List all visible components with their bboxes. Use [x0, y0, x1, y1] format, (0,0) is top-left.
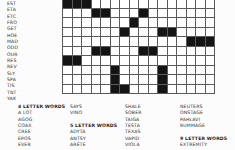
block-cell: [92, 47, 101, 56]
grid-cell[interactable]: [73, 47, 82, 56]
grid-cell[interactable]: [130, 37, 139, 46]
grid-cell[interactable]: [187, 47, 196, 56]
grid-cell[interactable]: [63, 47, 72, 56]
grid-cell[interactable]: [101, 18, 110, 27]
grid-cell[interactable]: [120, 9, 129, 18]
block-cell: [149, 47, 158, 56]
grid-cell[interactable]: [130, 9, 139, 18]
grid-cell[interactable]: [149, 66, 158, 75]
grid-cell[interactable]: [206, 47, 215, 56]
grid-cell[interactable]: [63, 37, 72, 46]
grid-cell[interactable]: [82, 47, 91, 56]
grid-cell[interactable]: [130, 56, 139, 65]
grid-cell[interactable]: [149, 9, 158, 18]
grid-cell[interactable]: [187, 0, 196, 8]
grid-cell[interactable]: [139, 0, 148, 8]
word-list-column-3: SHALESOBERTAIGATESTATEXASVAPIDVIOLA: [125, 104, 142, 148]
grid-cell[interactable]: [120, 47, 129, 56]
three-letter-word: YAK: [7, 96, 18, 102]
grid-cell[interactable]: [168, 18, 177, 27]
grid-cell[interactable]: [120, 56, 129, 65]
grid-cell[interactable]: [177, 85, 186, 94]
grid-cell[interactable]: [177, 66, 186, 75]
grid-cell[interactable]: [177, 9, 186, 18]
grid-cell[interactable]: [187, 9, 196, 18]
grid-cell[interactable]: [149, 75, 158, 84]
grid-cell[interactable]: [120, 37, 129, 46]
grid-cell[interactable]: [73, 85, 82, 94]
puzzle-page: ESTETAETCFROGETHOEMADODDOURRESREVSLYSPAT…: [0, 0, 235, 150]
word-list-entry: ARÊTE: [70, 142, 117, 148]
grid-cell[interactable]: [92, 66, 101, 75]
grid-cell[interactable]: [92, 75, 101, 84]
grid-cell[interactable]: [92, 18, 101, 27]
grid-cell[interactable]: [187, 28, 196, 37]
grid-cell[interactable]: [130, 75, 139, 84]
grid-cell[interactable]: [196, 66, 205, 75]
block-cell: [139, 9, 148, 18]
grid-cell[interactable]: [130, 47, 139, 56]
grid-cell[interactable]: [73, 9, 82, 18]
grid-cell[interactable]: [177, 56, 186, 65]
grid-cell[interactable]: [101, 28, 110, 37]
grid-cell[interactable]: [149, 85, 158, 94]
grid-cell[interactable]: [196, 9, 205, 18]
block-cell: [63, 0, 72, 8]
puzzle-grid: [62, 0, 215, 94]
grid-cell[interactable]: [82, 18, 91, 27]
three-letter-word: REV: [7, 64, 18, 70]
block-cell: [111, 85, 120, 94]
grid-cell[interactable]: [168, 0, 177, 8]
grid-cell[interactable]: [168, 9, 177, 18]
grid-cell[interactable]: [177, 28, 186, 37]
grid-cell[interactable]: [130, 28, 139, 37]
grid-cell[interactable]: [206, 28, 215, 37]
block-cell: [168, 28, 177, 37]
three-letter-word-list: ESTETAETCFROGETHOEMADODDOURRESREVSLYSPAT…: [7, 1, 18, 102]
grid-cell[interactable]: [177, 18, 186, 27]
word-list-column-2: SAYSVINO5 LETTER WORDSADYTAANTSYARÊTE: [70, 104, 117, 148]
grid-cell[interactable]: [92, 85, 101, 94]
grid-cell[interactable]: [177, 75, 186, 84]
grid-cell[interactable]: [149, 56, 158, 65]
block-cell: [158, 28, 167, 37]
word-list-entry: SOBER: [125, 110, 142, 116]
grid-cell[interactable]: [206, 56, 215, 65]
grid-cell[interactable]: [63, 66, 72, 75]
grid-cell[interactable]: [111, 18, 120, 27]
grid-cell[interactable]: [111, 37, 120, 46]
grid-cell[interactable]: [111, 56, 120, 65]
three-letter-word: ODD: [7, 45, 18, 51]
block-cell: [82, 0, 91, 8]
grid-cell[interactable]: [120, 0, 129, 8]
grid-cell[interactable]: [101, 37, 110, 46]
grid-cell[interactable]: [139, 56, 148, 65]
grid-cell[interactable]: [206, 18, 215, 27]
grid-cell[interactable]: [92, 56, 101, 65]
grid-cell[interactable]: [206, 9, 215, 18]
grid-cell[interactable]: [139, 85, 148, 94]
block-cell: [158, 75, 167, 84]
word-list-entry: EXTREMITY: [180, 142, 227, 148]
block-cell: [73, 56, 82, 65]
grid-cell[interactable]: [139, 37, 148, 46]
grid-cell[interactable]: [149, 37, 158, 46]
block-cell: [120, 28, 129, 37]
grid-cell[interactable]: [196, 18, 205, 27]
grid-cell[interactable]: [196, 56, 205, 65]
grid-cell[interactable]: [139, 66, 148, 75]
grid-cell[interactable]: [158, 56, 167, 65]
grid-cell[interactable]: [101, 85, 110, 94]
block-cell: [111, 66, 120, 75]
grid-cell[interactable]: [130, 85, 139, 94]
grid-cell[interactable]: [196, 47, 205, 56]
grid-cell[interactable]: [111, 0, 120, 8]
block-cell: [158, 66, 167, 75]
grid-cell[interactable]: [82, 85, 91, 94]
grid-cell[interactable]: [63, 28, 72, 37]
grid-cell[interactable]: [149, 28, 158, 37]
grid-cell[interactable]: [73, 18, 82, 27]
grid-cell[interactable]: [130, 0, 139, 8]
block-cell: [101, 47, 110, 56]
grid-cell[interactable]: [111, 28, 120, 37]
block-cell: [187, 37, 196, 46]
grid-cell[interactable]: [101, 56, 110, 65]
grid-cell[interactable]: [187, 66, 196, 75]
grid-cell[interactable]: [187, 75, 196, 84]
grid-cell[interactable]: [158, 47, 167, 56]
grid-cell[interactable]: [63, 85, 72, 94]
word-list-column-4: NEUTERSONSTAGEPAHLAVIRUMMAGE9 LETTER WOR…: [180, 104, 227, 148]
grid-cell[interactable]: [73, 37, 82, 46]
grid-cell[interactable]: [177, 37, 186, 46]
block-cell: [101, 9, 110, 18]
grid-cell[interactable]: [206, 85, 215, 94]
grid-cell[interactable]: [130, 66, 139, 75]
grid-cell[interactable]: [73, 66, 82, 75]
grid-cell[interactable]: [187, 18, 196, 27]
grid-cell[interactable]: [82, 37, 91, 46]
grid-cell[interactable]: [82, 28, 91, 37]
grid-cell[interactable]: [63, 18, 72, 27]
grid-cell[interactable]: [168, 56, 177, 65]
grid-cell[interactable]: [111, 47, 120, 56]
grid-cell[interactable]: [120, 66, 129, 75]
grid-cell[interactable]: [101, 66, 110, 75]
grid-cell[interactable]: [168, 85, 177, 94]
block-cell: [73, 0, 82, 8]
grid-cell[interactable]: [168, 66, 177, 75]
grid-cell[interactable]: [196, 0, 205, 8]
grid-cell[interactable]: [139, 28, 148, 37]
three-letter-word: TNT: [7, 90, 18, 96]
grid-cell[interactable]: [92, 0, 101, 8]
grid-cell[interactable]: [82, 66, 91, 75]
grid-cell[interactable]: [168, 47, 177, 56]
grid-cell[interactable]: [120, 75, 129, 84]
grid-cell[interactable]: [187, 56, 196, 65]
word-list-entry: VIOLA: [125, 142, 142, 148]
grid-cell[interactable]: [187, 85, 196, 94]
grid-cell[interactable]: [206, 75, 215, 84]
grid-cell[interactable]: [82, 9, 91, 18]
grid-cell[interactable]: [158, 18, 167, 27]
word-list-column-1: 4 LETTER WORDSA LOTAGOGCOAXCREEEPOSEVER: [18, 104, 65, 148]
grid-cell[interactable]: [73, 75, 82, 84]
grid-cell[interactable]: [82, 75, 91, 84]
grid-cell[interactable]: [196, 85, 205, 94]
grid-cell[interactable]: [196, 28, 205, 37]
grid-cell[interactable]: [92, 37, 101, 46]
grid-cell[interactable]: [149, 0, 158, 8]
grid-cell[interactable]: [168, 75, 177, 84]
word-list-entry: TEXAS: [125, 129, 142, 135]
grid-cell[interactable]: [139, 18, 148, 27]
grid-cell[interactable]: [206, 66, 215, 75]
grid-cell[interactable]: [101, 0, 110, 8]
grid-cell[interactable]: [139, 75, 148, 84]
word-list-entry: EVER: [18, 142, 65, 148]
grid-cell[interactable]: [63, 75, 72, 84]
three-letter-word: GET: [7, 26, 18, 32]
grid-cell[interactable]: [82, 56, 91, 65]
block-cell: [111, 75, 120, 84]
grid-cell[interactable]: [63, 9, 72, 18]
grid-cell[interactable]: [120, 18, 129, 27]
grid-cell[interactable]: [73, 28, 82, 37]
block-cell: [92, 9, 101, 18]
grid-cell[interactable]: [177, 0, 186, 8]
block-cell: [206, 37, 215, 46]
block-cell: [196, 37, 205, 46]
block-cell: [63, 56, 72, 65]
block-cell: [139, 47, 148, 56]
block-cell: [130, 18, 139, 27]
grid-cell[interactable]: [92, 28, 101, 37]
grid-cell[interactable]: [168, 37, 177, 46]
grid-cell[interactable]: [111, 9, 120, 18]
grid-cell[interactable]: [158, 9, 167, 18]
block-cell: [158, 85, 167, 94]
grid-cell[interactable]: [158, 0, 167, 8]
grid-cell[interactable]: [206, 0, 215, 8]
grid-cell[interactable]: [158, 37, 167, 46]
grid-cell[interactable]: [101, 75, 110, 84]
block-cell: [120, 85, 129, 94]
grid-cell[interactable]: [196, 75, 205, 84]
grid-cell[interactable]: [149, 18, 158, 27]
grid-cell[interactable]: [177, 47, 186, 56]
